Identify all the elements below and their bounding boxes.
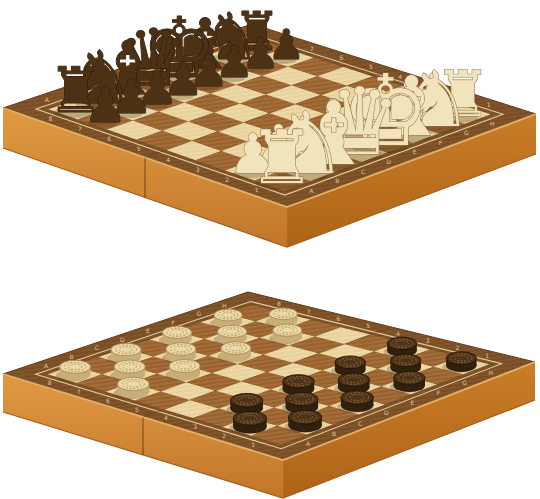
coordinate-label: 5 [135,406,139,413]
coordinate-label: 6 [106,397,110,404]
product-photo: AA88BB77CC66DD55EE44FF33GG22HH11♜♞♟♝♟♚♟♛… [0,0,540,499]
checker-light-man [56,360,91,381]
coordinate-label: B [332,430,336,437]
coordinate-label: 1 [251,441,255,448]
chess-piece-light-rook: ♜ [249,114,315,200]
coordinate-label: 4 [396,330,400,337]
checker-light-man [114,377,150,399]
coordinate-label: 6 [107,135,111,142]
coordinate-label: 3 [196,166,200,173]
coordinate-label: 2 [456,344,460,351]
checker-dark-man [337,391,373,413]
coordinate-label: 8 [277,300,281,307]
coordinate-label: D [120,336,125,343]
coordinate-label: G [462,379,467,386]
chess-piece-dark-pawn: ♟ [84,77,128,134]
boards-illustration: AA88BB77CC66DD55EE44FF33GG22HH11♜♞♟♝♟♚♟♛… [0,0,540,499]
coordinate-label: 3 [426,337,430,344]
coordinate-label: F [172,319,176,326]
coordinate-label: 4 [164,414,168,421]
coordinate-label: 4 [166,156,170,163]
coordinate-label: B [69,353,73,360]
coordinate-label: G [196,310,201,317]
coordinate-label: 6 [337,315,341,322]
coordinate-label: C [95,344,99,351]
coordinate-label: E [411,399,415,406]
checkers-board: AA88BB77CC66DD55EE44FF33GG22HH11 [3,292,535,498]
coordinate-label: 8 [48,379,52,386]
coordinate-label: F [437,389,441,396]
coordinate-label: 7 [310,45,314,52]
chess-board: AA88BB77CC66DD55EE44FF33GG22HH11♜♞♟♝♟♚♟♛… [3,0,536,247]
coordinate-label: 2 [222,432,226,439]
coordinate-label: 7 [77,388,81,395]
checker-dark-man [284,410,321,433]
coordinate-label: 1 [485,352,489,359]
coordinate-label: H [222,302,227,309]
coordinate-label: 7 [307,308,311,315]
coordinate-label: 5 [366,322,370,329]
checker-dark-man [229,411,266,434]
coordinate-label: E [146,327,150,334]
coordinate-label: 5 [137,145,141,152]
coordinate-label: H [489,369,494,376]
coordinate-label: C [358,420,362,427]
coordinate-label: D [384,409,389,416]
coordinate-label: 3 [193,423,197,430]
checker-dark-man [390,371,425,393]
